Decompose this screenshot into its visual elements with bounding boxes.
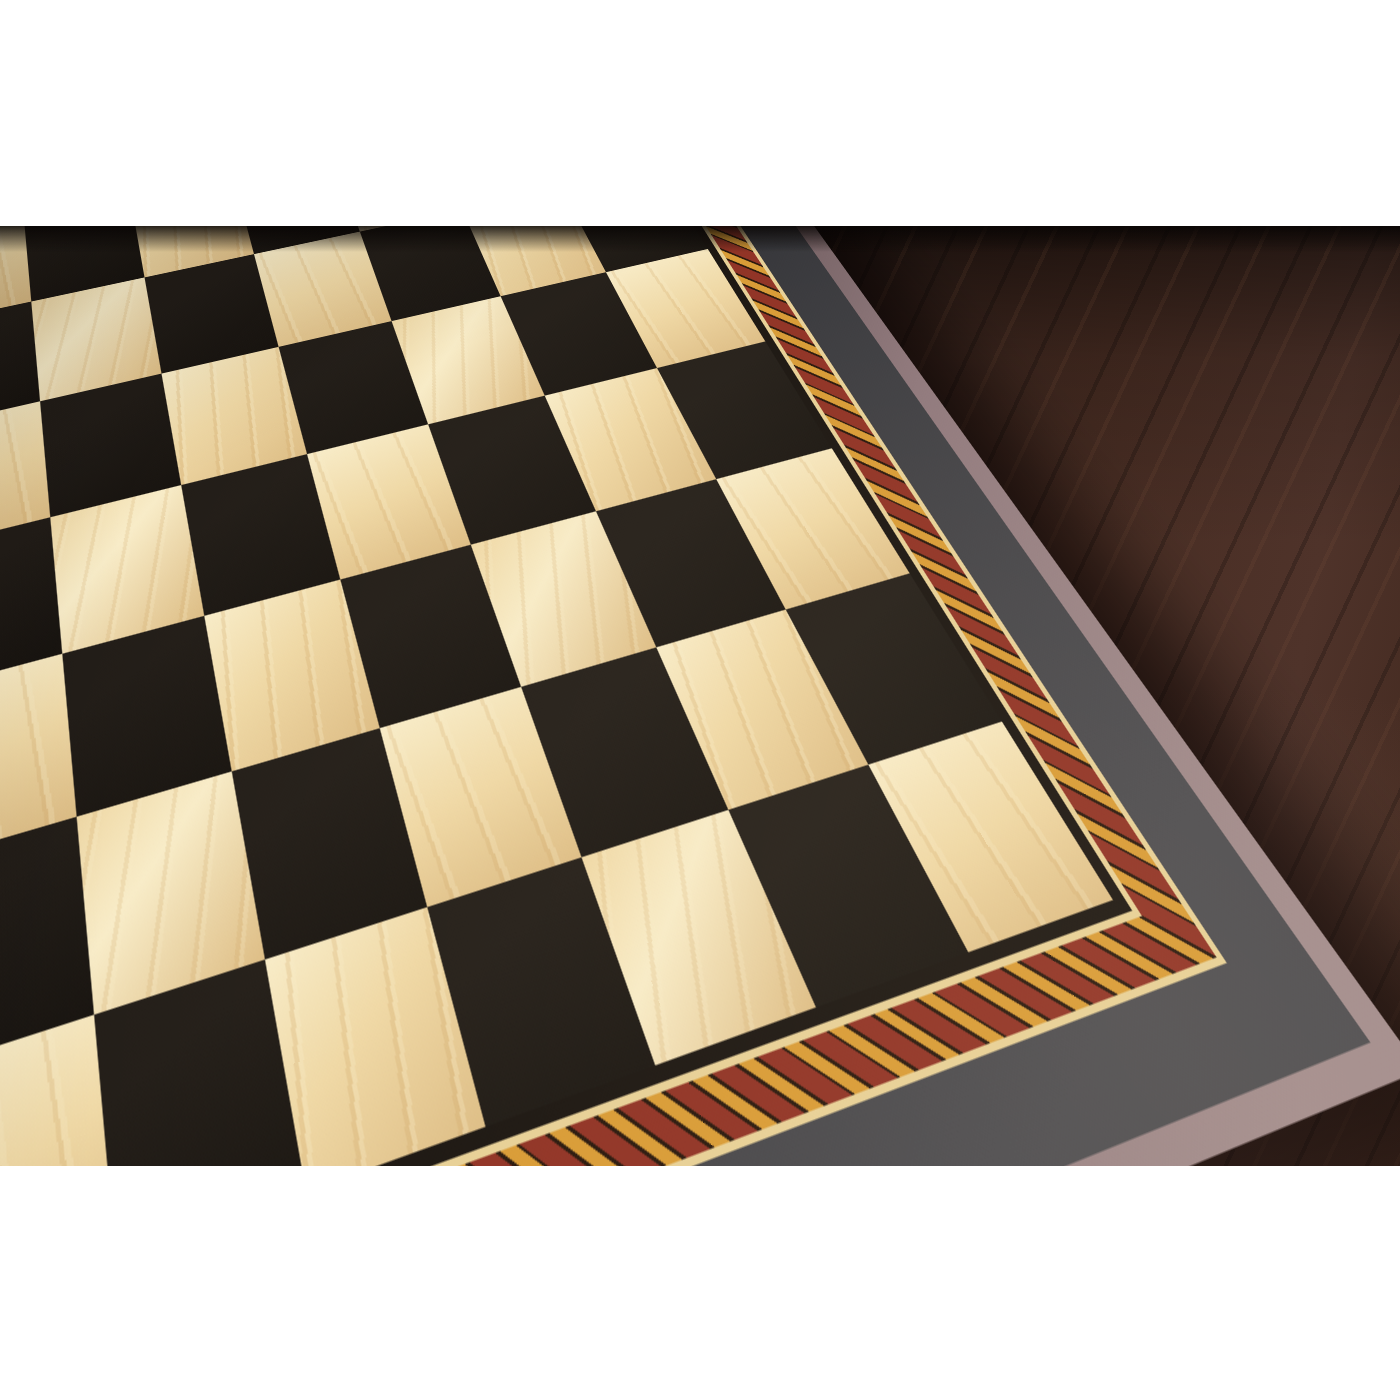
letterbox-top xyxy=(0,0,1400,226)
photo xyxy=(0,226,1400,1166)
page: { "game": "chess", "scene": { "type": "p… xyxy=(0,0,1400,1400)
photo-top-shade xyxy=(0,226,1400,252)
letterbox-bottom xyxy=(0,1166,1400,1400)
